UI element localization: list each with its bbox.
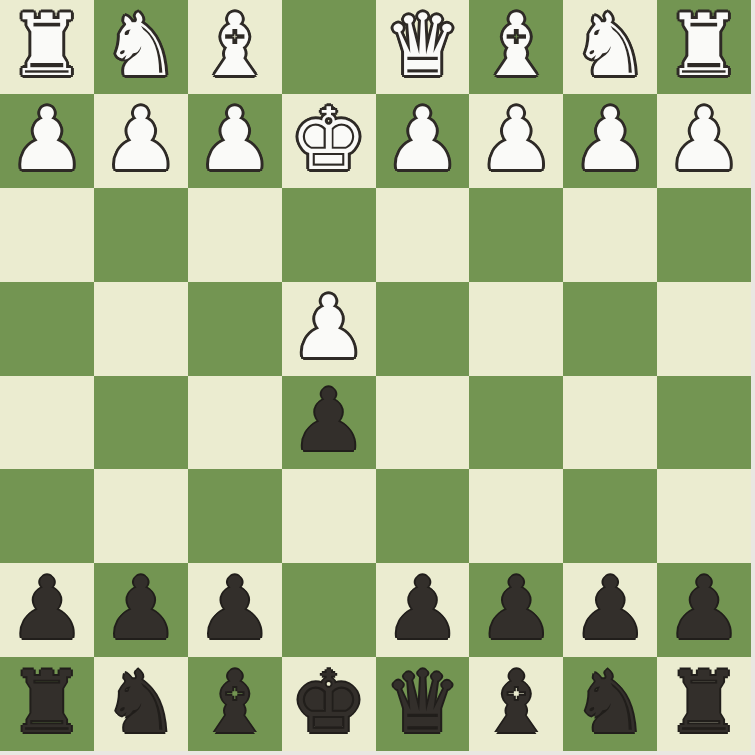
square-d3[interactable]: [376, 188, 470, 282]
square-h2[interactable]: ♟: [0, 94, 94, 188]
square-h1[interactable]: ♜: [0, 0, 94, 94]
square-b6[interactable]: [563, 469, 657, 563]
black-pawn-piece[interactable]: ♟: [196, 565, 273, 651]
white-rook-piece[interactable]: ♜: [666, 2, 743, 88]
square-e8[interactable]: ♚: [282, 657, 376, 751]
square-a4[interactable]: [657, 282, 751, 376]
square-h7[interactable]: ♟: [0, 563, 94, 657]
square-e6[interactable]: [282, 469, 376, 563]
black-pawn-piece[interactable]: ♟: [384, 565, 461, 651]
square-c7[interactable]: ♟: [469, 563, 563, 657]
square-g7[interactable]: ♟: [94, 563, 188, 657]
square-g1[interactable]: ♞: [94, 0, 188, 94]
white-knight-piece[interactable]: ♞: [572, 2, 649, 88]
square-h6[interactable]: [0, 469, 94, 563]
square-f2[interactable]: ♟: [188, 94, 282, 188]
white-pawn-piece[interactable]: ♟: [8, 96, 85, 182]
square-g3[interactable]: [94, 188, 188, 282]
square-f6[interactable]: [188, 469, 282, 563]
white-knight-piece[interactable]: ♞: [102, 2, 179, 88]
black-bishop-piece[interactable]: ♝: [478, 659, 555, 745]
square-h3[interactable]: [0, 188, 94, 282]
black-rook-piece[interactable]: ♜: [666, 659, 743, 745]
square-b2[interactable]: ♟: [563, 94, 657, 188]
square-d6[interactable]: [376, 469, 470, 563]
white-king-piece[interactable]: ♚: [290, 96, 367, 182]
black-pawn-piece[interactable]: ♟: [666, 565, 743, 651]
square-b1[interactable]: ♞: [563, 0, 657, 94]
square-f3[interactable]: [188, 188, 282, 282]
square-b8[interactable]: ♞: [563, 657, 657, 751]
white-pawn-piece[interactable]: ♟: [196, 96, 273, 182]
square-f1[interactable]: ♝: [188, 0, 282, 94]
white-bishop-piece[interactable]: ♝: [196, 2, 273, 88]
square-a8[interactable]: ♜: [657, 657, 751, 751]
square-c5[interactable]: [469, 376, 563, 470]
square-a5[interactable]: [657, 376, 751, 470]
square-e2[interactable]: ♚: [282, 94, 376, 188]
black-knight-piece[interactable]: ♞: [572, 659, 649, 745]
chess-board-wrapper: ♜♞♝♛♝♞♜♟♟♟♚♟♟♟♟♟♟♟♟♟♟♟♟♟♜♞♝♚♛♝♞♜: [0, 0, 755, 755]
square-d7[interactable]: ♟: [376, 563, 470, 657]
chess-board: ♜♞♝♛♝♞♜♟♟♟♚♟♟♟♟♟♟♟♟♟♟♟♟♟♜♞♝♚♛♝♞♜: [0, 0, 751, 751]
square-h8[interactable]: ♜: [0, 657, 94, 751]
white-pawn-piece[interactable]: ♟: [666, 96, 743, 182]
black-queen-piece[interactable]: ♛: [384, 659, 461, 745]
white-queen-piece[interactable]: ♛: [384, 2, 461, 88]
square-d2[interactable]: ♟: [376, 94, 470, 188]
square-c2[interactable]: ♟: [469, 94, 563, 188]
square-b7[interactable]: ♟: [563, 563, 657, 657]
white-pawn-piece[interactable]: ♟: [102, 96, 179, 182]
white-pawn-piece[interactable]: ♟: [384, 96, 461, 182]
square-g6[interactable]: [94, 469, 188, 563]
square-b4[interactable]: [563, 282, 657, 376]
square-f8[interactable]: ♝: [188, 657, 282, 751]
white-bishop-piece[interactable]: ♝: [478, 2, 555, 88]
square-f4[interactable]: [188, 282, 282, 376]
square-f7[interactable]: ♟: [188, 563, 282, 657]
white-pawn-piece[interactable]: ♟: [290, 284, 367, 370]
black-rook-piece[interactable]: ♜: [8, 659, 85, 745]
black-pawn-piece[interactable]: ♟: [102, 565, 179, 651]
black-bishop-piece[interactable]: ♝: [196, 659, 273, 745]
square-d1[interactable]: ♛: [376, 0, 470, 94]
square-d8[interactable]: ♛: [376, 657, 470, 751]
square-c4[interactable]: [469, 282, 563, 376]
square-b3[interactable]: [563, 188, 657, 282]
square-a1[interactable]: ♜: [657, 0, 751, 94]
square-g4[interactable]: [94, 282, 188, 376]
square-e3[interactable]: [282, 188, 376, 282]
white-pawn-piece[interactable]: ♟: [572, 96, 649, 182]
black-king-piece[interactable]: ♚: [290, 659, 367, 745]
square-h4[interactable]: [0, 282, 94, 376]
white-rook-piece[interactable]: ♜: [8, 2, 85, 88]
square-g2[interactable]: ♟: [94, 94, 188, 188]
white-pawn-piece[interactable]: ♟: [478, 96, 555, 182]
square-c8[interactable]: ♝: [469, 657, 563, 751]
black-pawn-piece[interactable]: ♟: [8, 565, 85, 651]
square-g5[interactable]: [94, 376, 188, 470]
square-c6[interactable]: [469, 469, 563, 563]
black-pawn-piece[interactable]: ♟: [290, 377, 367, 463]
square-f5[interactable]: [188, 376, 282, 470]
square-c1[interactable]: ♝: [469, 0, 563, 94]
square-a6[interactable]: [657, 469, 751, 563]
square-g8[interactable]: ♞: [94, 657, 188, 751]
square-c3[interactable]: [469, 188, 563, 282]
square-b5[interactable]: [563, 376, 657, 470]
black-knight-piece[interactable]: ♞: [102, 659, 179, 745]
square-e4[interactable]: ♟: [282, 282, 376, 376]
square-d5[interactable]: [376, 376, 470, 470]
square-d4[interactable]: [376, 282, 470, 376]
black-pawn-piece[interactable]: ♟: [572, 565, 649, 651]
square-a3[interactable]: [657, 188, 751, 282]
square-e1[interactable]: [282, 0, 376, 94]
square-a2[interactable]: ♟: [657, 94, 751, 188]
black-pawn-piece[interactable]: ♟: [478, 565, 555, 651]
square-e5[interactable]: ♟: [282, 376, 376, 470]
square-a7[interactable]: ♟: [657, 563, 751, 657]
square-h5[interactable]: [0, 376, 94, 470]
square-e7[interactable]: [282, 563, 376, 657]
